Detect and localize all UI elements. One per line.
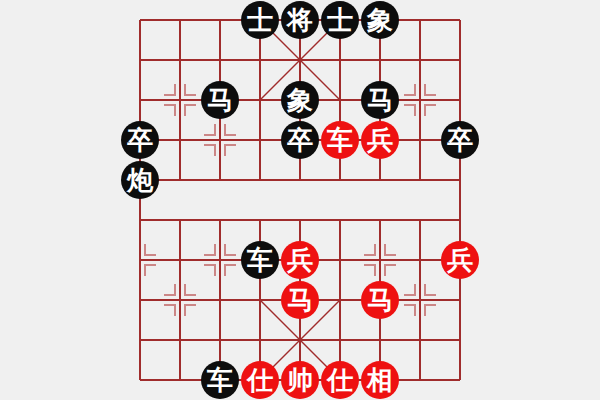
piece-black-soldier[interactable]: 卒 — [281, 121, 319, 159]
piece-black-chariot[interactable]: 车 — [201, 361, 239, 399]
piece-black-elephant[interactable]: 象 — [281, 81, 319, 119]
piece-black-soldier[interactable]: 卒 — [121, 121, 159, 159]
piece-black-elephant[interactable]: 象 — [361, 1, 399, 39]
piece-red-advisor[interactable]: 仕 — [321, 361, 359, 399]
piece-black-horse[interactable]: 马 — [361, 81, 399, 119]
piece-black-advisor[interactable]: 士 — [241, 1, 279, 39]
piece-red-horse[interactable]: 马 — [361, 281, 399, 319]
piece-black-advisor[interactable]: 士 — [321, 1, 359, 39]
piece-red-horse[interactable]: 马 — [281, 281, 319, 319]
piece-red-soldier[interactable]: 兵 — [361, 121, 399, 159]
piece-black-general[interactable]: 将 — [281, 1, 319, 39]
xiangqi-app: 士将士象马象马卒卒车兵卒炮车兵兵马马车仕帅仕相 — [0, 0, 600, 400]
piece-black-chariot[interactable]: 车 — [241, 241, 279, 279]
piece-red-soldier[interactable]: 兵 — [281, 241, 319, 279]
piece-red-chariot[interactable]: 车 — [321, 121, 359, 159]
xiangqi-pieces-layer: 士将士象马象马卒卒车兵卒炮车兵兵马马车仕帅仕相 — [120, 0, 480, 400]
piece-red-advisor[interactable]: 仕 — [241, 361, 279, 399]
piece-red-elephant[interactable]: 相 — [361, 361, 399, 399]
piece-black-soldier[interactable]: 卒 — [441, 121, 479, 159]
piece-black-cannon[interactable]: 炮 — [121, 161, 159, 199]
piece-red-king[interactable]: 帅 — [281, 361, 319, 399]
piece-black-horse[interactable]: 马 — [201, 81, 239, 119]
piece-red-soldier[interactable]: 兵 — [441, 241, 479, 279]
